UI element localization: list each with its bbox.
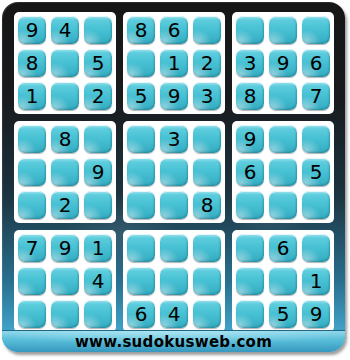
cell-r2c9[interactable]: 6 — [302, 49, 330, 77]
box-1: 948512 — [14, 12, 116, 114]
cell-r9c9[interactable]: 9 — [302, 300, 330, 328]
cell-r3c5[interactable]: 9 — [160, 82, 188, 110]
cell-r6c9[interactable] — [302, 191, 330, 219]
cell-r6c8[interactable] — [269, 191, 297, 219]
cell-r7c9[interactable] — [302, 234, 330, 262]
cell-r6c2[interactable]: 2 — [51, 191, 79, 219]
cell-r6c5[interactable] — [160, 191, 188, 219]
cell-r9c4[interactable]: 6 — [127, 300, 155, 328]
cell-r2c5[interactable]: 1 — [160, 49, 188, 77]
cell-r7c1[interactable]: 7 — [18, 234, 46, 262]
box-7: 7914 — [14, 230, 116, 332]
cell-r7c3[interactable]: 1 — [84, 234, 112, 262]
cell-r9c6[interactable] — [193, 300, 221, 328]
cell-r8c5[interactable] — [160, 267, 188, 295]
box-6: 965 — [232, 121, 334, 223]
cell-r6c3[interactable] — [84, 191, 112, 219]
cell-r7c8[interactable]: 6 — [269, 234, 297, 262]
cell-r3c4[interactable]: 5 — [127, 82, 155, 110]
cell-r8c9[interactable]: 1 — [302, 267, 330, 295]
cell-r5c8[interactable] — [269, 158, 297, 186]
cell-r8c8[interactable] — [269, 267, 297, 295]
cell-r2c2[interactable] — [51, 49, 79, 77]
cell-r3c6[interactable]: 3 — [193, 82, 221, 110]
cell-r3c2[interactable] — [51, 82, 79, 110]
cell-r3c9[interactable]: 7 — [302, 82, 330, 110]
cell-r3c3[interactable]: 2 — [84, 82, 112, 110]
cell-r4c7[interactable]: 9 — [236, 125, 264, 153]
cell-r1c2[interactable]: 4 — [51, 16, 79, 44]
cell-r9c8[interactable]: 5 — [269, 300, 297, 328]
sudoku-puzzle-image: 948512861259339687892389657914646159 www… — [0, 0, 350, 360]
footer-banner: www.sudokusweb.com — [2, 330, 345, 352]
cell-r7c7[interactable] — [236, 234, 264, 262]
cell-r6c1[interactable] — [18, 191, 46, 219]
cell-r1c4[interactable]: 8 — [127, 16, 155, 44]
cell-r8c6[interactable] — [193, 267, 221, 295]
cell-r1c8[interactable] — [269, 16, 297, 44]
cell-r4c1[interactable] — [18, 125, 46, 153]
cell-r8c3[interactable]: 4 — [84, 267, 112, 295]
cell-r5c7[interactable]: 6 — [236, 158, 264, 186]
cell-r9c2[interactable] — [51, 300, 79, 328]
cell-r4c8[interactable] — [269, 125, 297, 153]
cell-r1c1[interactable]: 9 — [18, 16, 46, 44]
cell-r8c7[interactable] — [236, 267, 264, 295]
cell-r3c7[interactable]: 8 — [236, 82, 264, 110]
cell-r1c3[interactable] — [84, 16, 112, 44]
box-8: 64 — [123, 230, 225, 332]
cell-r5c2[interactable] — [51, 158, 79, 186]
cell-r9c5[interactable]: 4 — [160, 300, 188, 328]
cell-r4c2[interactable]: 8 — [51, 125, 79, 153]
cell-r2c7[interactable]: 3 — [236, 49, 264, 77]
cell-r1c9[interactable] — [302, 16, 330, 44]
cell-r9c7[interactable] — [236, 300, 264, 328]
cell-r1c5[interactable]: 6 — [160, 16, 188, 44]
cell-r6c7[interactable] — [236, 191, 264, 219]
box-5: 38 — [123, 121, 225, 223]
cell-r2c8[interactable]: 9 — [269, 49, 297, 77]
cell-r1c7[interactable] — [236, 16, 264, 44]
cell-r7c4[interactable] — [127, 234, 155, 262]
cell-r4c4[interactable] — [127, 125, 155, 153]
cell-r8c1[interactable] — [18, 267, 46, 295]
cell-r5c3[interactable]: 9 — [84, 158, 112, 186]
cell-r4c5[interactable]: 3 — [160, 125, 188, 153]
cell-r8c4[interactable] — [127, 267, 155, 295]
cell-r2c4[interactable] — [127, 49, 155, 77]
cell-r5c9[interactable]: 5 — [302, 158, 330, 186]
cell-r7c2[interactable]: 9 — [51, 234, 79, 262]
cell-r1c6[interactable] — [193, 16, 221, 44]
cell-r5c6[interactable] — [193, 158, 221, 186]
box-9: 6159 — [232, 230, 334, 332]
cell-r7c6[interactable] — [193, 234, 221, 262]
cell-r6c6[interactable]: 8 — [193, 191, 221, 219]
box-4: 892 — [14, 121, 116, 223]
box-2: 8612593 — [123, 12, 225, 114]
box-3: 39687 — [232, 12, 334, 114]
cell-r4c6[interactable] — [193, 125, 221, 153]
site-url: www.sudokusweb.com — [75, 333, 272, 351]
cell-r8c2[interactable] — [51, 267, 79, 295]
cell-r7c5[interactable] — [160, 234, 188, 262]
cell-r2c3[interactable]: 5 — [84, 49, 112, 77]
sudoku-board: 948512861259339687892389657914646159 — [14, 12, 334, 332]
cell-r5c5[interactable] — [160, 158, 188, 186]
cell-r5c1[interactable] — [18, 158, 46, 186]
cell-r9c3[interactable] — [84, 300, 112, 328]
cell-r3c1[interactable]: 1 — [18, 82, 46, 110]
cell-r5c4[interactable] — [127, 158, 155, 186]
puzzle-frame: 948512861259339687892389657914646159 www… — [2, 2, 345, 352]
cell-r4c3[interactable] — [84, 125, 112, 153]
cell-r2c6[interactable]: 2 — [193, 49, 221, 77]
cell-r2c1[interactable]: 8 — [18, 49, 46, 77]
cell-r9c1[interactable] — [18, 300, 46, 328]
cell-r4c9[interactable] — [302, 125, 330, 153]
cell-r6c4[interactable] — [127, 191, 155, 219]
cell-r3c8[interactable] — [269, 82, 297, 110]
